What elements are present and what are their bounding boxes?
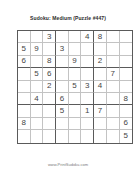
sudoku-cell-r4c6[interactable] <box>81 68 94 80</box>
sudoku-cell-r2c9[interactable] <box>120 43 133 55</box>
sudoku-cell-r9c4[interactable] <box>56 130 69 142</box>
sudoku-cell-r2c2[interactable]: 9 <box>31 43 44 55</box>
sudoku-cell-r2c7[interactable] <box>94 43 107 55</box>
sudoku-cell-r3c3[interactable]: 8 <box>43 56 56 68</box>
sudoku-cell-r8c2[interactable] <box>31 118 44 130</box>
sudoku-cell-r6c2[interactable]: 4 <box>31 93 44 105</box>
sudoku-cell-r4c5[interactable] <box>69 68 82 80</box>
sudoku-cell-r7c1[interactable] <box>18 105 31 117</box>
sudoku-cell-r6c3[interactable] <box>43 93 56 105</box>
sudoku-cell-r6c1[interactable] <box>18 93 31 105</box>
sudoku-cell-r9c5[interactable] <box>69 130 82 142</box>
sudoku-cell-r8c8[interactable] <box>107 118 120 130</box>
sudoku-cell-r2c1[interactable]: 5 <box>18 43 31 55</box>
sudoku-cell-r7c7[interactable]: 7 <box>94 105 107 117</box>
sudoku-cell-r4c1[interactable] <box>18 68 31 80</box>
sudoku-cell-r8c5[interactable] <box>69 118 82 130</box>
sudoku-cell-r4c2[interactable]: 5 <box>31 68 44 80</box>
sudoku-cell-r2c4[interactable]: 3 <box>56 43 69 55</box>
sudoku-cell-r9c3[interactable] <box>43 130 56 142</box>
sudoku-cell-r5c4[interactable] <box>56 81 69 93</box>
sudoku-cell-r6c5[interactable] <box>69 93 82 105</box>
sudoku-cell-r7c2[interactable] <box>31 105 44 117</box>
sudoku-cell-r6c6[interactable] <box>81 93 94 105</box>
sudoku-cell-r1c9[interactable] <box>120 31 133 43</box>
sudoku-cell-r1c6[interactable]: 4 <box>81 31 94 43</box>
sudoku-cell-r6c7[interactable] <box>94 93 107 105</box>
sudoku-cell-r9c2[interactable] <box>31 130 44 142</box>
sudoku-cell-r9c6[interactable] <box>81 130 94 142</box>
sudoku-cell-r8c3[interactable] <box>43 118 56 130</box>
sudoku-cell-r7c4[interactable]: 5 <box>56 105 69 117</box>
sudoku-sheet: Sudoku: Medium (Puzzle #447) 34859368925… <box>0 0 136 176</box>
sudoku-cell-r3c8[interactable] <box>107 56 120 68</box>
sudoku-cell-r5c6[interactable]: 3 <box>81 81 94 93</box>
sudoku-cell-r1c1[interactable] <box>18 31 31 43</box>
sudoku-cell-r7c8[interactable] <box>107 105 120 117</box>
sudoku-cell-r4c3[interactable]: 6 <box>43 68 56 80</box>
sudoku-cell-r5c2[interactable] <box>31 81 44 93</box>
sudoku-cell-r7c6[interactable]: 1 <box>81 105 94 117</box>
sudoku-cell-r8c7[interactable] <box>94 118 107 130</box>
sudoku-cell-r1c8[interactable] <box>107 31 120 43</box>
sudoku-cell-r9c8[interactable] <box>107 130 120 142</box>
sudoku-cell-r3c1[interactable]: 6 <box>18 56 31 68</box>
sudoku-cell-r8c1[interactable]: 8 <box>18 118 31 130</box>
sudoku-cell-r9c7[interactable] <box>94 130 107 142</box>
sudoku-grid: 34859368925672534468517865 <box>17 30 133 144</box>
sudoku-cell-r4c9[interactable] <box>120 68 133 80</box>
sudoku-cell-r3c5[interactable]: 9 <box>69 56 82 68</box>
sudoku-cell-r4c7[interactable] <box>94 68 107 80</box>
sudoku-cell-r4c4[interactable] <box>56 68 69 80</box>
sudoku-cell-r7c9[interactable] <box>120 105 133 117</box>
sudoku-cell-r5c7[interactable]: 4 <box>94 81 107 93</box>
sudoku-cell-r7c3[interactable] <box>43 105 56 117</box>
sudoku-cell-r1c7[interactable]: 8 <box>94 31 107 43</box>
puzzle-title: Sudoku: Medium (Puzzle #447) <box>0 15 136 21</box>
sudoku-cell-r5c1[interactable] <box>18 81 31 93</box>
sudoku-cell-r5c3[interactable]: 2 <box>43 81 56 93</box>
sudoku-cell-r1c4[interactable] <box>56 31 69 43</box>
sudoku-cell-r5c9[interactable] <box>120 81 133 93</box>
sudoku-cell-r2c8[interactable] <box>107 43 120 55</box>
sudoku-cell-r3c9[interactable] <box>120 56 133 68</box>
sudoku-cell-r9c1[interactable] <box>18 130 31 142</box>
sudoku-cell-r2c6[interactable] <box>81 43 94 55</box>
footer-url: www.PrintSudoku.com <box>0 162 136 167</box>
sudoku-cell-r3c2[interactable] <box>31 56 44 68</box>
sudoku-cell-r3c6[interactable] <box>81 56 94 68</box>
sudoku-cell-r5c5[interactable]: 5 <box>69 81 82 93</box>
sudoku-cell-r7c5[interactable] <box>69 105 82 117</box>
sudoku-cell-r5c8[interactable] <box>107 81 120 93</box>
sudoku-cell-r3c4[interactable] <box>56 56 69 68</box>
sudoku-cell-r8c4[interactable] <box>56 118 69 130</box>
sudoku-cell-r3c7[interactable]: 2 <box>94 56 107 68</box>
sudoku-cell-r6c9[interactable]: 8 <box>120 93 133 105</box>
sudoku-cell-r1c3[interactable]: 3 <box>43 31 56 43</box>
sudoku-cell-r2c5[interactable] <box>69 43 82 55</box>
sudoku-cell-r6c4[interactable]: 6 <box>56 93 69 105</box>
sudoku-cell-r8c9[interactable]: 6 <box>120 118 133 130</box>
sudoku-cell-r4c8[interactable]: 7 <box>107 68 120 80</box>
sudoku-cell-r1c2[interactable] <box>31 31 44 43</box>
sudoku-cell-r6c8[interactable] <box>107 93 120 105</box>
sudoku-cell-r8c6[interactable] <box>81 118 94 130</box>
sudoku-cell-r1c5[interactable] <box>69 31 82 43</box>
sudoku-cell-r2c3[interactable] <box>43 43 56 55</box>
sudoku-cell-r9c9[interactable]: 5 <box>120 130 133 142</box>
